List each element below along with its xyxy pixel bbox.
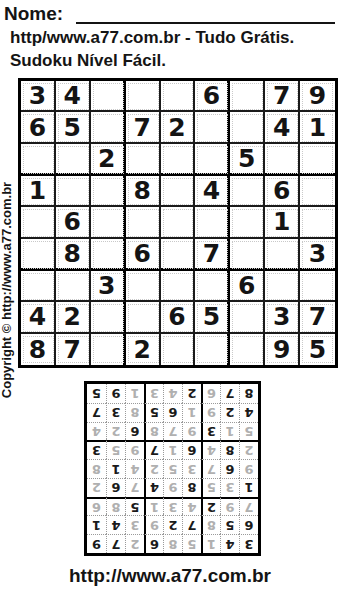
puzzle-cell-r2c8: 4 xyxy=(265,112,300,143)
puzzle-cell-r6c2: 8 xyxy=(56,239,91,271)
solution-cell-r3c1: 7 xyxy=(239,497,258,516)
solution-cell-r1c4: 5 xyxy=(182,534,201,553)
solution-cell-r5c4: 3 xyxy=(182,459,201,478)
solution-cell-r5c9: 8 xyxy=(87,459,106,478)
puzzle-cell-r9c4: 2 xyxy=(126,334,161,365)
puzzle-cell-r7c7: 6 xyxy=(230,271,265,302)
site-line: http/www.a77.com.br - Tudo Grátis. xyxy=(10,28,294,48)
solution-cell-r3c5: 3 xyxy=(163,497,182,516)
puzzle-cell-r9c1: 8 xyxy=(21,334,56,365)
solution-cell-r4c3: 5 xyxy=(201,478,220,497)
solution-cell-r4c5: 9 xyxy=(163,478,182,497)
puzzle-cell-r9c2: 7 xyxy=(56,334,91,365)
puzzle-cell-r3c6 xyxy=(195,144,230,176)
solution-cell-r1c8: 7 xyxy=(106,534,125,553)
puzzle-cell-r4c9 xyxy=(300,176,335,207)
solution-cell-r2c3: 8 xyxy=(201,515,220,534)
solution-cell-r4c6: 4 xyxy=(144,478,163,497)
puzzle-cell-r1c6: 6 xyxy=(195,81,230,112)
solution-cell-r2c4: 7 xyxy=(182,515,201,534)
solution-cell-r1c1: 3 xyxy=(239,534,258,553)
puzzle-cell-r5c1 xyxy=(21,207,56,238)
solution-cell-r5c1: 9 xyxy=(239,459,258,478)
puzzle-cell-r8c7 xyxy=(230,302,265,333)
puzzle-cell-r4c6: 4 xyxy=(195,176,230,207)
solution-cell-r6c3: 4 xyxy=(201,440,220,459)
solution-cell-r6c5: 1 xyxy=(163,440,182,459)
solution-cell-r4c9: 2 xyxy=(87,478,106,497)
puzzle-cell-r6c3 xyxy=(91,239,126,271)
puzzle-cell-r1c7 xyxy=(230,81,265,112)
puzzle-cell-r7c9 xyxy=(300,271,335,302)
puzzle-cell-r5c8: 1 xyxy=(265,207,300,238)
puzzle-cell-r3c7: 5 xyxy=(230,144,265,176)
puzzle-cell-r9c3 xyxy=(91,334,126,365)
puzzle-cell-r7c5 xyxy=(161,271,196,302)
page: Nome: http/www.a77.com.br - Tudo Grátis.… xyxy=(0,0,340,596)
solution-cell-r8c4: 1 xyxy=(182,403,201,422)
puzzle-cell-r3c4 xyxy=(126,144,161,176)
puzzle-cell-r8c6: 5 xyxy=(195,302,230,333)
puzzle-cell-r9c9: 5 xyxy=(300,334,335,365)
solution-cell-r4c2: 3 xyxy=(220,478,239,497)
puzzle-cell-r7c4 xyxy=(126,271,161,302)
puzzle-cell-r2c7 xyxy=(230,112,265,143)
name-underline xyxy=(76,22,335,24)
puzzle-cell-r8c9: 7 xyxy=(300,302,335,333)
puzzle-cell-r6c7 xyxy=(230,239,265,271)
solution-cell-r3c2: 9 xyxy=(220,497,239,516)
puzzle-cell-r5c3 xyxy=(91,207,126,238)
solution-cell-r9c9: 5 xyxy=(87,384,106,403)
solution-cell-r2c7: 3 xyxy=(125,515,144,534)
solution-cell-r6c2: 8 xyxy=(220,440,239,459)
solution-cell-r7c5: 7 xyxy=(163,422,182,441)
solution-cell-r5c6: 2 xyxy=(144,459,163,478)
puzzle-cell-r2c5: 2 xyxy=(161,112,196,143)
solution-cell-r6c9: 3 xyxy=(87,440,106,459)
puzzle-cell-r2c9: 1 xyxy=(300,112,335,143)
copyright-vertical: Copyright © http://www.a77.com.br xyxy=(0,140,19,440)
puzzle-cell-r7c1 xyxy=(21,271,56,302)
puzzle-cell-r8c4 xyxy=(126,302,161,333)
solution-cell-r7c4: 9 xyxy=(182,422,201,441)
puzzle-cell-r1c5 xyxy=(161,81,196,112)
puzzle-cell-r7c2 xyxy=(56,271,91,302)
puzzle-cell-r8c3 xyxy=(91,302,126,333)
puzzle-cell-r5c6 xyxy=(195,207,230,238)
solution-cell-r2c1: 6 xyxy=(239,515,258,534)
puzzle-cell-r5c5 xyxy=(161,207,196,238)
solution-cell-r2c2: 5 xyxy=(220,515,239,534)
solution-cell-r6c7: 9 xyxy=(125,440,144,459)
puzzle-cell-r2c6 xyxy=(195,112,230,143)
puzzle-cell-r6c1 xyxy=(21,239,56,271)
solution-cell-r3c4: 4 xyxy=(182,497,201,516)
solution-cell-r2c6: 9 xyxy=(144,515,163,534)
solution-cell-r8c5: 6 xyxy=(163,403,182,422)
puzzle-cell-r3c9 xyxy=(300,144,335,176)
solution-cell-r4c1: 1 xyxy=(239,478,258,497)
puzzle-cell-r4c5 xyxy=(161,176,196,207)
solution-cell-r3c3: 2 xyxy=(201,497,220,516)
puzzle-cell-r7c3: 3 xyxy=(91,271,126,302)
puzzle-cell-r6c4: 6 xyxy=(126,239,161,271)
solution-cell-r1c5: 8 xyxy=(163,534,182,553)
solution-cell-r9c1: 8 xyxy=(239,384,258,403)
puzzle-cell-r4c1: 1 xyxy=(21,176,56,207)
puzzle-cell-r8c2: 2 xyxy=(56,302,91,333)
puzzle-cell-r5c4 xyxy=(126,207,161,238)
puzzle-cell-r6c6: 7 xyxy=(195,239,230,271)
puzzle-cell-r2c4: 7 xyxy=(126,112,161,143)
solution-cell-r8c7: 8 xyxy=(125,403,144,422)
solution-grid: 3415862796587293417924315861358947629673… xyxy=(84,381,261,556)
puzzle-cell-r6c5 xyxy=(161,239,196,271)
puzzle-cell-r8c1: 4 xyxy=(21,302,56,333)
name-row: Nome: xyxy=(4,3,337,25)
puzzle-cell-r8c5: 6 xyxy=(161,302,196,333)
solution-cell-r7c8: 2 xyxy=(106,422,125,441)
solution-cell-r5c8: 1 xyxy=(106,459,125,478)
solution-cell-r5c2: 6 xyxy=(220,459,239,478)
puzzle-cell-r2c2: 5 xyxy=(56,112,91,143)
solution-cell-r4c7: 7 xyxy=(125,478,144,497)
solution-cell-r8c1: 4 xyxy=(239,403,258,422)
puzzle-cell-r4c8: 6 xyxy=(265,176,300,207)
puzzle-cell-r1c8: 7 xyxy=(265,81,300,112)
puzzle-cell-r3c5 xyxy=(161,144,196,176)
solution-cell-r5c5: 5 xyxy=(163,459,182,478)
puzzle-cell-r1c4 xyxy=(126,81,161,112)
solution-cell-r1c6: 6 xyxy=(144,534,163,553)
solution-cell-r4c8: 6 xyxy=(106,478,125,497)
puzzle-cell-r3c1 xyxy=(21,144,56,176)
puzzle-cell-r4c7 xyxy=(230,176,265,207)
solution-cell-r3c7: 5 xyxy=(125,497,144,516)
solution-cell-r8c8: 3 xyxy=(106,403,125,422)
solution-cell-r9c4: 2 xyxy=(182,384,201,403)
solution-cell-r8c9: 7 xyxy=(87,403,106,422)
solution-cell-r1c3: 1 xyxy=(201,534,220,553)
name-label: Nome: xyxy=(4,3,63,24)
puzzle-cell-r9c5 xyxy=(161,334,196,365)
puzzle-cell-r7c6 xyxy=(195,271,230,302)
solution-cell-r1c7: 2 xyxy=(125,534,144,553)
solution-cell-r6c1: 2 xyxy=(239,440,258,459)
solution-cell-r7c2: 1 xyxy=(220,422,239,441)
puzzle-cell-r5c2: 6 xyxy=(56,207,91,238)
solution-cell-r5c7: 4 xyxy=(125,459,144,478)
footer-url: http://www.a77.com.br xyxy=(0,565,340,587)
solution-cell-r9c6: 3 xyxy=(144,384,163,403)
puzzle-cell-r1c9: 9 xyxy=(300,81,335,112)
solution-cell-r9c5: 4 xyxy=(163,384,182,403)
puzzle-cell-r1c2: 4 xyxy=(56,81,91,112)
puzzle-cell-r3c3: 2 xyxy=(91,144,126,176)
puzzle-cell-r5c7 xyxy=(230,207,265,238)
puzzle-cell-r2c3 xyxy=(91,112,126,143)
solution-cell-r8c6: 5 xyxy=(144,403,163,422)
solution-cell-r7c3: 3 xyxy=(201,422,220,441)
puzzle-cell-r6c9: 3 xyxy=(300,239,335,271)
solution-cell-r6c6: 7 xyxy=(144,440,163,459)
solution-cell-r2c5: 2 xyxy=(163,515,182,534)
solution-cell-r4c4: 8 xyxy=(182,478,201,497)
page-title: Sudoku Nível Fácil. xyxy=(10,51,166,71)
solution-cell-r8c3: 9 xyxy=(201,403,220,422)
solution-cell-r7c7: 6 xyxy=(125,422,144,441)
solution-cell-r9c3: 6 xyxy=(201,384,220,403)
puzzle-cell-r9c7 xyxy=(230,334,265,365)
solution-cell-r6c8: 5 xyxy=(106,440,125,459)
puzzle-cell-r4c3 xyxy=(91,176,126,207)
solution-cell-r2c9: 1 xyxy=(87,515,106,534)
solution-cell-r9c2: 7 xyxy=(220,384,239,403)
solution-cell-r3c9: 6 xyxy=(87,497,106,516)
solution-cell-r5c3: 7 xyxy=(201,459,220,478)
solution-cell-r1c2: 4 xyxy=(220,534,239,553)
puzzle-cell-r4c4: 8 xyxy=(126,176,161,207)
puzzle-cell-r9c6 xyxy=(195,334,230,365)
solution-cell-r6c4: 6 xyxy=(182,440,201,459)
puzzle-cell-r5c9 xyxy=(300,207,335,238)
puzzle-cell-r3c8 xyxy=(265,144,300,176)
solution-cell-r7c9: 4 xyxy=(87,422,106,441)
puzzle-cell-r3c2 xyxy=(56,144,91,176)
solution-cell-r1c9: 9 xyxy=(87,534,106,553)
puzzle-cell-r2c1: 6 xyxy=(21,112,56,143)
solution-cell-r9c7: 1 xyxy=(125,384,144,403)
puzzle-cell-r6c8 xyxy=(265,239,300,271)
puzzle-cell-r8c8: 3 xyxy=(265,302,300,333)
solution-cell-r7c6: 8 xyxy=(144,422,163,441)
solution-cell-r9c8: 9 xyxy=(106,384,125,403)
puzzle-grid: 346796572412518466186733642653787295 xyxy=(18,78,338,368)
puzzle-cell-r7c8 xyxy=(265,271,300,302)
puzzle-cell-r9c8: 9 xyxy=(265,334,300,365)
solution-cell-r3c8: 8 xyxy=(106,497,125,516)
solution-cell-r3c6: 1 xyxy=(144,497,163,516)
solution-cell-r7c1: 5 xyxy=(239,422,258,441)
solution-cell-r2c8: 4 xyxy=(106,515,125,534)
puzzle-cell-r4c2 xyxy=(56,176,91,207)
puzzle-cell-r1c3 xyxy=(91,81,126,112)
puzzle-cell-r1c1: 3 xyxy=(21,81,56,112)
solution-cell-r8c2: 2 xyxy=(220,403,239,422)
